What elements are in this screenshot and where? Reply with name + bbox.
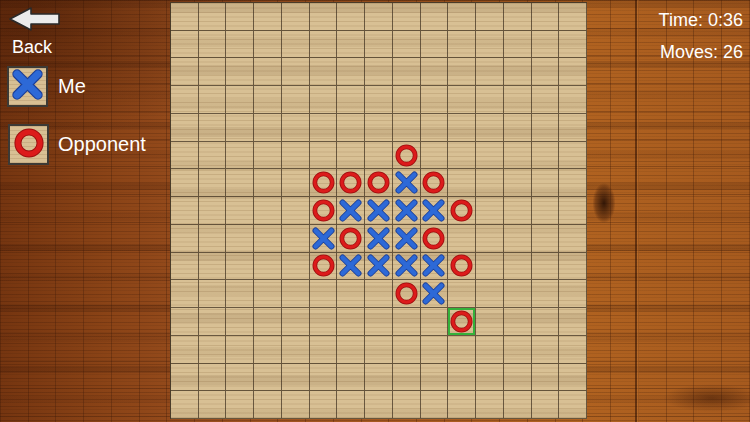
board-cell[interactable] xyxy=(310,336,338,364)
board-cell[interactable] xyxy=(559,391,587,419)
board-cell[interactable] xyxy=(393,169,421,197)
board-cell[interactable] xyxy=(199,391,227,419)
x-piece xyxy=(421,253,446,278)
board-cell[interactable] xyxy=(171,364,199,392)
board-cell[interactable] xyxy=(421,364,449,392)
board-cell[interactable] xyxy=(337,86,365,114)
board-cell[interactable] xyxy=(476,225,504,253)
board-cell[interactable] xyxy=(448,114,476,142)
o-piece xyxy=(311,253,336,278)
board-cell[interactable] xyxy=(532,31,560,59)
board-cell[interactable] xyxy=(226,197,254,225)
board-cell[interactable] xyxy=(365,253,393,281)
board-cell[interactable] xyxy=(532,364,560,392)
board-cell[interactable] xyxy=(337,280,365,308)
o-piece xyxy=(449,253,474,278)
board-cell[interactable] xyxy=(310,142,338,170)
board-cell[interactable] xyxy=(476,169,504,197)
board-cell[interactable] xyxy=(254,114,282,142)
board-cell[interactable] xyxy=(171,336,199,364)
board-cell[interactable] xyxy=(310,3,338,31)
board-cell[interactable] xyxy=(532,86,560,114)
board-cell[interactable] xyxy=(476,253,504,281)
board-cell[interactable] xyxy=(365,280,393,308)
board-cell[interactable] xyxy=(254,391,282,419)
board-cell[interactable] xyxy=(282,169,310,197)
board-cell[interactable] xyxy=(365,86,393,114)
board-cell[interactable] xyxy=(476,391,504,419)
board-cell[interactable] xyxy=(559,31,587,59)
board-cell[interactable] xyxy=(337,3,365,31)
board-cell[interactable] xyxy=(559,197,587,225)
board-cell[interactable] xyxy=(171,391,199,419)
board-cell[interactable] xyxy=(199,114,227,142)
board-cell[interactable] xyxy=(421,31,449,59)
board-cell[interactable] xyxy=(532,197,560,225)
moves-display: Moves:26 xyxy=(660,42,743,63)
board-cell[interactable] xyxy=(504,253,532,281)
board-cell[interactable] xyxy=(282,142,310,170)
board-cell[interactable] xyxy=(476,31,504,59)
x-piece xyxy=(311,226,336,251)
x-piece xyxy=(421,198,446,223)
board-cell[interactable] xyxy=(532,225,560,253)
board-cell[interactable] xyxy=(421,197,449,225)
board-cell[interactable] xyxy=(504,364,532,392)
board-cell[interactable] xyxy=(199,308,227,336)
board-cell[interactable] xyxy=(448,308,476,336)
board-cell[interactable] xyxy=(421,336,449,364)
board-cell[interactable] xyxy=(532,142,560,170)
board-cell[interactable] xyxy=(310,86,338,114)
board-cell[interactable] xyxy=(421,391,449,419)
board-cell[interactable] xyxy=(310,308,338,336)
o-piece xyxy=(13,127,45,159)
board-cell[interactable] xyxy=(559,364,587,392)
board-cell[interactable] xyxy=(199,86,227,114)
o-piece xyxy=(311,198,336,223)
board-cell[interactable] xyxy=(282,197,310,225)
board-cell[interactable] xyxy=(226,142,254,170)
board-cell[interactable] xyxy=(476,308,504,336)
board-cell[interactable] xyxy=(310,280,338,308)
board-cell[interactable] xyxy=(448,31,476,59)
board-cell[interactable] xyxy=(448,58,476,86)
board-cell[interactable] xyxy=(532,3,560,31)
x-symbol-icon xyxy=(11,68,44,105)
x-piece xyxy=(394,198,419,223)
board-cell[interactable] xyxy=(199,142,227,170)
board-cell[interactable] xyxy=(337,364,365,392)
board-cell[interactable] xyxy=(504,197,532,225)
board-cell[interactable] xyxy=(504,391,532,419)
board-cell[interactable] xyxy=(421,280,449,308)
board-cell[interactable] xyxy=(254,3,282,31)
board-cell[interactable] xyxy=(365,3,393,31)
board-cell[interactable] xyxy=(448,3,476,31)
board-cell[interactable] xyxy=(337,336,365,364)
x-piece xyxy=(366,198,391,223)
board-cell[interactable] xyxy=(421,3,449,31)
board-cell[interactable] xyxy=(337,391,365,419)
board-cell[interactable] xyxy=(504,86,532,114)
opponent-symbol-swatch xyxy=(8,124,49,165)
board-cell[interactable] xyxy=(393,86,421,114)
board-cell[interactable] xyxy=(448,280,476,308)
board-cell[interactable] xyxy=(226,3,254,31)
x-piece xyxy=(394,170,419,195)
board-cell[interactable] xyxy=(282,58,310,86)
board-cell[interactable] xyxy=(282,391,310,419)
board-cell[interactable] xyxy=(171,308,199,336)
x-piece xyxy=(338,198,363,223)
board-cell[interactable] xyxy=(282,280,310,308)
board-cell[interactable] xyxy=(310,197,338,225)
board-cell[interactable] xyxy=(337,308,365,336)
x-piece xyxy=(338,253,363,278)
board-cell[interactable] xyxy=(559,308,587,336)
board-cell[interactable] xyxy=(504,142,532,170)
board-cell[interactable] xyxy=(337,114,365,142)
board-cell[interactable] xyxy=(532,58,560,86)
board-cell[interactable] xyxy=(199,3,227,31)
board-cell[interactable] xyxy=(171,197,199,225)
x-piece xyxy=(394,226,419,251)
me-label: Me xyxy=(58,75,86,98)
board-cell[interactable] xyxy=(504,31,532,59)
board-cell[interactable] xyxy=(171,169,199,197)
board-cell[interactable] xyxy=(365,197,393,225)
board-cell[interactable] xyxy=(171,58,199,86)
back-label: Back xyxy=(12,37,62,58)
o-piece xyxy=(449,309,474,334)
board-cell[interactable] xyxy=(393,336,421,364)
board-cell[interactable] xyxy=(171,225,199,253)
board-cell[interactable] xyxy=(226,308,254,336)
board-cell[interactable] xyxy=(476,3,504,31)
board-cell[interactable] xyxy=(310,169,338,197)
board-cell[interactable] xyxy=(337,31,365,59)
back-button[interactable]: Back xyxy=(8,6,62,58)
board-cell[interactable] xyxy=(476,142,504,170)
board-cell[interactable] xyxy=(199,225,227,253)
board-cell[interactable] xyxy=(448,225,476,253)
o-piece xyxy=(394,143,419,168)
board-cell[interactable] xyxy=(310,253,338,281)
board-cell[interactable] xyxy=(310,364,338,392)
board-cell[interactable] xyxy=(337,225,365,253)
board-cell[interactable] xyxy=(559,336,587,364)
board-cell[interactable] xyxy=(559,142,587,170)
board-cell[interactable] xyxy=(532,391,560,419)
board-cell[interactable] xyxy=(504,308,532,336)
board-cell[interactable] xyxy=(226,364,254,392)
board-cell[interactable] xyxy=(337,253,365,281)
x-piece xyxy=(394,253,419,278)
board-cell[interactable] xyxy=(310,58,338,86)
board-cell[interactable] xyxy=(448,169,476,197)
board-cell[interactable] xyxy=(337,169,365,197)
o-piece xyxy=(421,226,446,251)
board-cell[interactable] xyxy=(337,58,365,86)
board-cell[interactable] xyxy=(421,114,449,142)
o-symbol-icon xyxy=(13,127,45,163)
board-cell[interactable] xyxy=(421,169,449,197)
board-cell[interactable] xyxy=(421,253,449,281)
board-cell[interactable] xyxy=(476,114,504,142)
o-piece xyxy=(449,198,474,223)
board-cell[interactable] xyxy=(199,197,227,225)
board-cell[interactable] xyxy=(448,142,476,170)
board-cell[interactable] xyxy=(559,280,587,308)
opponent-label: Opponent xyxy=(58,133,146,156)
board-cell[interactable] xyxy=(393,3,421,31)
board-cell[interactable] xyxy=(310,114,338,142)
board-cell[interactable] xyxy=(282,364,310,392)
board-cell[interactable] xyxy=(226,391,254,419)
board-cell[interactable] xyxy=(282,3,310,31)
board-cell[interactable] xyxy=(365,114,393,142)
x-piece xyxy=(421,281,446,306)
board-cell[interactable] xyxy=(310,31,338,59)
board-cell[interactable] xyxy=(171,253,199,281)
board-cell[interactable] xyxy=(476,86,504,114)
board-cell[interactable] xyxy=(254,31,282,59)
board-cell[interactable] xyxy=(504,58,532,86)
board-cell[interactable] xyxy=(559,225,587,253)
o-piece xyxy=(311,170,336,195)
board-cell[interactable] xyxy=(421,225,449,253)
board-cell[interactable] xyxy=(226,114,254,142)
board-cell[interactable] xyxy=(365,225,393,253)
board-cell[interactable] xyxy=(171,31,199,59)
board-cell[interactable] xyxy=(254,86,282,114)
board-cell[interactable] xyxy=(393,253,421,281)
board-cell[interactable] xyxy=(254,253,282,281)
board-cell[interactable] xyxy=(448,197,476,225)
board-cell[interactable] xyxy=(226,280,254,308)
x-piece xyxy=(366,253,391,278)
board-cell[interactable] xyxy=(365,364,393,392)
o-piece xyxy=(338,226,363,251)
back-arrow-icon xyxy=(8,6,62,32)
board-cell[interactable] xyxy=(365,391,393,419)
board-cell[interactable] xyxy=(504,114,532,142)
board-cell[interactable] xyxy=(282,253,310,281)
board-cell[interactable] xyxy=(226,169,254,197)
board-cell[interactable] xyxy=(448,391,476,419)
moves-value: 26 xyxy=(723,42,743,62)
x-piece xyxy=(11,68,44,101)
board-cell[interactable] xyxy=(559,86,587,114)
board-cell[interactable] xyxy=(282,114,310,142)
board-cell[interactable] xyxy=(476,364,504,392)
board-cell[interactable] xyxy=(532,336,560,364)
board-cell[interactable] xyxy=(504,280,532,308)
board-cell[interactable] xyxy=(226,58,254,86)
board-cell[interactable] xyxy=(559,169,587,197)
board-cell[interactable] xyxy=(199,364,227,392)
board-cell[interactable] xyxy=(199,280,227,308)
board-cell[interactable] xyxy=(421,142,449,170)
board-cell[interactable] xyxy=(337,197,365,225)
board-cell[interactable] xyxy=(532,253,560,281)
board-cell[interactable] xyxy=(393,225,421,253)
board-cell[interactable] xyxy=(393,197,421,225)
x-piece xyxy=(366,226,391,251)
board-cell[interactable] xyxy=(559,58,587,86)
board-cell[interactable] xyxy=(199,169,227,197)
board-cell[interactable] xyxy=(199,336,227,364)
board-cell[interactable] xyxy=(282,225,310,253)
board-cell[interactable] xyxy=(393,142,421,170)
board-cell[interactable] xyxy=(365,142,393,170)
board-cell[interactable] xyxy=(254,58,282,86)
board-cell[interactable] xyxy=(532,114,560,142)
board-cell[interactable] xyxy=(254,169,282,197)
me-symbol-swatch xyxy=(7,66,48,107)
time-value: 0:36 xyxy=(708,10,743,30)
board-cell[interactable] xyxy=(532,169,560,197)
board-cell[interactable] xyxy=(421,86,449,114)
board-cell[interactable] xyxy=(171,3,199,31)
board-cell[interactable] xyxy=(254,142,282,170)
board-cell[interactable] xyxy=(226,31,254,59)
board-cell[interactable] xyxy=(226,225,254,253)
board-cell[interactable] xyxy=(559,114,587,142)
board-cell[interactable] xyxy=(476,336,504,364)
board-cell[interactable] xyxy=(310,225,338,253)
board-cell[interactable] xyxy=(226,336,254,364)
board-cell[interactable] xyxy=(171,114,199,142)
board-cell[interactable] xyxy=(282,308,310,336)
gomoku-board xyxy=(170,2,587,419)
board-cell[interactable] xyxy=(559,253,587,281)
board-cell[interactable] xyxy=(504,336,532,364)
board-cell[interactable] xyxy=(254,308,282,336)
board-cell[interactable] xyxy=(504,225,532,253)
board-cell[interactable] xyxy=(365,308,393,336)
board-cell[interactable] xyxy=(310,391,338,419)
board-cell[interactable] xyxy=(199,253,227,281)
board-cell[interactable] xyxy=(393,364,421,392)
board-cell[interactable] xyxy=(476,58,504,86)
board-cell[interactable] xyxy=(421,308,449,336)
board-cell[interactable] xyxy=(171,280,199,308)
board-cell[interactable] xyxy=(226,86,254,114)
board-cell[interactable] xyxy=(337,142,365,170)
board-cell[interactable] xyxy=(448,253,476,281)
o-piece xyxy=(394,281,419,306)
board-cell[interactable] xyxy=(171,86,199,114)
board-cell[interactable] xyxy=(199,58,227,86)
board-cell[interactable] xyxy=(365,31,393,59)
board-cell[interactable] xyxy=(365,58,393,86)
board-cell[interactable] xyxy=(282,31,310,59)
board-cell[interactable] xyxy=(532,280,560,308)
board-cell[interactable] xyxy=(393,58,421,86)
board-cell[interactable] xyxy=(448,86,476,114)
board-cell[interactable] xyxy=(393,31,421,59)
board-cell[interactable] xyxy=(226,253,254,281)
o-piece xyxy=(338,170,363,195)
board-cell[interactable] xyxy=(448,336,476,364)
time-display: Time:0:36 xyxy=(659,10,743,31)
board-cell[interactable] xyxy=(504,3,532,31)
board-cell[interactable] xyxy=(476,280,504,308)
o-piece xyxy=(421,170,446,195)
board-cell[interactable] xyxy=(365,336,393,364)
board-cell[interactable] xyxy=(532,308,560,336)
moves-label: Moves: xyxy=(660,42,718,62)
board-cell[interactable] xyxy=(393,308,421,336)
board-cell[interactable] xyxy=(254,225,282,253)
game-screen: Back Me Opponent Time:0:36 Moves:26 xyxy=(0,0,750,422)
board-cell[interactable] xyxy=(254,280,282,308)
board-cell[interactable] xyxy=(254,197,282,225)
board-cell[interactable] xyxy=(421,58,449,86)
board-cell[interactable] xyxy=(282,86,310,114)
board-cell[interactable] xyxy=(282,336,310,364)
board-cell[interactable] xyxy=(393,280,421,308)
board-cell[interactable] xyxy=(199,31,227,59)
o-piece xyxy=(366,170,391,195)
time-label: Time: xyxy=(659,10,703,30)
board-cell[interactable] xyxy=(448,364,476,392)
board-cell[interactable] xyxy=(171,142,199,170)
board-cell[interactable] xyxy=(254,364,282,392)
board-cell[interactable] xyxy=(504,169,532,197)
board-cell[interactable] xyxy=(393,114,421,142)
board-cell[interactable] xyxy=(254,336,282,364)
board-cell[interactable] xyxy=(393,391,421,419)
board-cell[interactable] xyxy=(476,197,504,225)
board-cell[interactable] xyxy=(559,3,587,31)
board-cell[interactable] xyxy=(365,169,393,197)
